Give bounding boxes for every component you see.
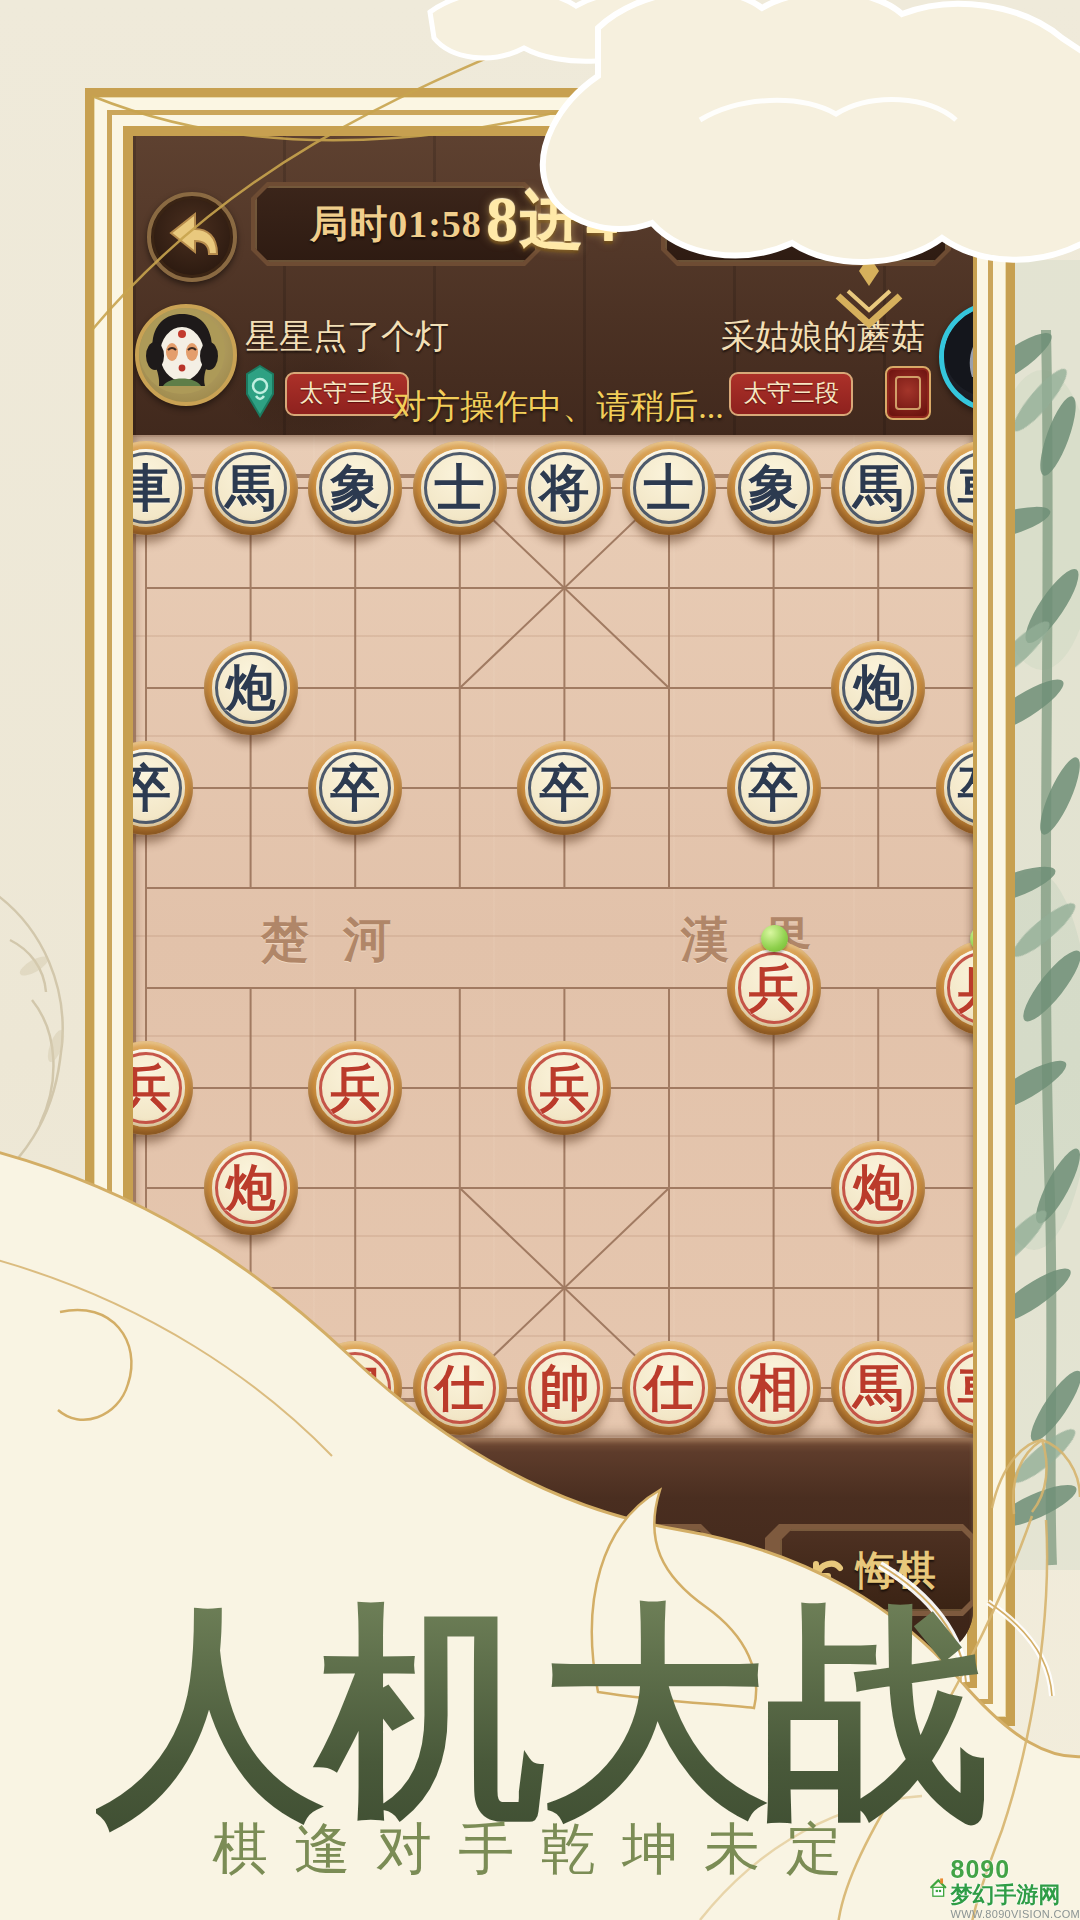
watermark-brand: 8090 bbox=[951, 1857, 1080, 1882]
piece-red-horse[interactable]: 馬 bbox=[831, 1341, 925, 1435]
piece-black-cannon[interactable]: 炮 bbox=[831, 641, 925, 735]
piece-black-horse[interactable]: 馬 bbox=[831, 441, 925, 535]
piece-red-chariot[interactable]: 車 bbox=[133, 1341, 193, 1435]
poster: 局时01:58 8进4 局时01:58 bbox=[0, 0, 1080, 1920]
piece-red-soldier[interactable]: 兵 bbox=[308, 1041, 402, 1135]
last-move-dot bbox=[761, 925, 788, 952]
game-screenshot: 局时01:58 8进4 局时01:58 bbox=[133, 136, 973, 1656]
piece-red-elephant[interactable]: 相 bbox=[308, 1341, 402, 1435]
watermark-url: WWW.8090VISION.COM bbox=[951, 1909, 1080, 1920]
piece-black-soldier[interactable]: 卒 bbox=[517, 741, 611, 835]
ink-branch-decor bbox=[0, 890, 63, 1185]
piece-black-elephant[interactable]: 象 bbox=[308, 441, 402, 535]
piece-red-advisor[interactable]: 仕 bbox=[413, 1341, 507, 1435]
piece-black-chariot[interactable]: 車 bbox=[133, 441, 193, 535]
gold-frame-inner-line: 局时01:58 8进4 局时01:58 bbox=[107, 110, 993, 1704]
piece-black-horse[interactable]: 馬 bbox=[204, 441, 298, 535]
pieces-layer: 車馬象士将士象馬車炮炮卒卒卒卒卒兵兵兵兵兵炮炮車馬相仕帥仕相馬車 bbox=[133, 136, 973, 1656]
piece-red-soldier[interactable]: 兵 bbox=[936, 941, 973, 1035]
poster-tagline: 棋逢对手乾坤未定 bbox=[212, 1812, 868, 1888]
watermark: 8090 梦幻手游网 WWW.8090VISION.COM bbox=[930, 1845, 1080, 1920]
piece-black-elephant[interactable]: 象 bbox=[727, 441, 821, 535]
piece-black-soldier[interactable]: 卒 bbox=[727, 741, 821, 835]
piece-black-chariot[interactable]: 車 bbox=[936, 441, 973, 535]
gold-frame-inner-border: 局时01:58 8进4 局时01:58 bbox=[123, 126, 977, 1688]
last-move-dot bbox=[970, 925, 973, 952]
piece-red-elephant[interactable]: 相 bbox=[727, 1341, 821, 1435]
piece-black-general[interactable]: 将 bbox=[517, 441, 611, 535]
piece-red-soldier[interactable]: 兵 bbox=[133, 1041, 193, 1135]
piece-red-soldier[interactable]: 兵 bbox=[727, 941, 821, 1035]
piece-red-cannon[interactable]: 炮 bbox=[831, 1141, 925, 1235]
piece-black-soldier[interactable]: 卒 bbox=[936, 741, 973, 835]
piece-black-soldier[interactable]: 卒 bbox=[308, 741, 402, 835]
watermark-house-icon bbox=[930, 1854, 947, 1920]
piece-black-cannon[interactable]: 炮 bbox=[204, 641, 298, 735]
piece-red-general[interactable]: 帥 bbox=[517, 1341, 611, 1435]
piece-red-horse[interactable]: 馬 bbox=[204, 1341, 298, 1435]
piece-red-cannon[interactable]: 炮 bbox=[204, 1141, 298, 1235]
piece-black-advisor[interactable]: 士 bbox=[413, 441, 507, 535]
piece-red-advisor[interactable]: 仕 bbox=[622, 1341, 716, 1435]
gold-frame: 局时01:58 8进4 局时01:58 bbox=[85, 88, 1015, 1726]
piece-black-advisor[interactable]: 士 bbox=[622, 441, 716, 535]
piece-black-soldier[interactable]: 卒 bbox=[133, 741, 193, 835]
piece-red-soldier[interactable]: 兵 bbox=[517, 1041, 611, 1135]
piece-red-chariot[interactable]: 車 bbox=[936, 1341, 973, 1435]
watermark-site: 梦幻手游网 bbox=[951, 1884, 1080, 1906]
